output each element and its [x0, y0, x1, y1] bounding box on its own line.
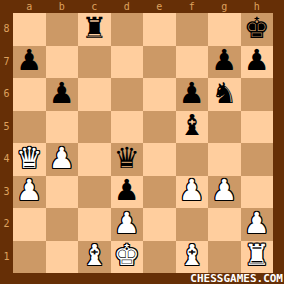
square-e1[interactable]	[143, 241, 176, 274]
rank-label-1: 1	[0, 241, 13, 274]
square-g5[interactable]	[208, 111, 241, 144]
square-d3[interactable]: ♟	[111, 176, 144, 209]
square-b3[interactable]	[46, 176, 79, 209]
file-label-f: f	[176, 0, 209, 13]
black-pawn[interactable]: ♟	[49, 79, 75, 108]
square-b8[interactable]	[46, 13, 79, 46]
file-label-e: e	[143, 0, 176, 13]
black-pawn[interactable]: ♟	[211, 46, 237, 75]
square-h6[interactable]	[241, 78, 274, 111]
square-h4[interactable]	[241, 143, 274, 176]
square-b4[interactable]: ♟	[46, 143, 79, 176]
square-c7[interactable]	[78, 46, 111, 79]
file-label-g: g	[208, 0, 241, 13]
rank-label-7: 7	[0, 46, 13, 79]
square-g7[interactable]: ♟	[208, 46, 241, 79]
rank-label-8: 8	[0, 13, 13, 46]
square-c3[interactable]	[78, 176, 111, 209]
square-f1[interactable]: ♝	[176, 241, 209, 274]
square-g3[interactable]: ♟	[208, 176, 241, 209]
black-knight[interactable]: ♞	[211, 79, 237, 108]
square-f8[interactable]	[176, 13, 209, 46]
rank-label-4: 4	[0, 143, 13, 176]
square-b1[interactable]	[46, 241, 79, 274]
black-pawn[interactable]: ♟	[244, 46, 270, 75]
black-pawn[interactable]: ♟	[16, 46, 42, 75]
square-g4[interactable]	[208, 143, 241, 176]
white-bishop[interactable]: ♝	[81, 241, 107, 270]
square-h3[interactable]	[241, 176, 274, 209]
square-f5[interactable]: ♝	[176, 111, 209, 144]
square-f3[interactable]: ♟	[176, 176, 209, 209]
board: ♜♚♟♟♟♟♟♞♝♛♟♛♟♟♟♟♟♟♝♚♝♜	[13, 13, 273, 273]
rank-label-2: 2	[0, 208, 13, 241]
square-h7[interactable]: ♟	[241, 46, 274, 79]
square-d5[interactable]	[111, 111, 144, 144]
white-pawn[interactable]: ♟	[114, 209, 140, 238]
square-h8[interactable]: ♚	[241, 13, 274, 46]
square-e6[interactable]	[143, 78, 176, 111]
square-d6[interactable]	[111, 78, 144, 111]
chessgames-logo[interactable]: CHESSGAMES.COM	[190, 273, 283, 284]
square-a6[interactable]	[13, 78, 46, 111]
square-a2[interactable]	[13, 208, 46, 241]
white-pawn[interactable]: ♟	[179, 176, 205, 205]
square-e5[interactable]	[143, 111, 176, 144]
square-g2[interactable]	[208, 208, 241, 241]
square-a5[interactable]	[13, 111, 46, 144]
square-c5[interactable]	[78, 111, 111, 144]
white-rook[interactable]: ♜	[244, 241, 270, 270]
square-b6[interactable]: ♟	[46, 78, 79, 111]
square-d8[interactable]	[111, 13, 144, 46]
file-label-d: d	[111, 0, 144, 13]
square-b7[interactable]	[46, 46, 79, 79]
square-h5[interactable]	[241, 111, 274, 144]
black-bishop[interactable]: ♝	[179, 111, 205, 140]
square-e2[interactable]	[143, 208, 176, 241]
square-e8[interactable]	[143, 13, 176, 46]
black-rook[interactable]: ♜	[81, 14, 107, 43]
square-d4[interactable]: ♛	[111, 143, 144, 176]
square-b5[interactable]	[46, 111, 79, 144]
square-c8[interactable]: ♜	[78, 13, 111, 46]
white-queen[interactable]: ♛	[16, 144, 42, 173]
white-king[interactable]: ♚	[114, 241, 140, 270]
square-c2[interactable]	[78, 208, 111, 241]
square-f2[interactable]	[176, 208, 209, 241]
square-g8[interactable]	[208, 13, 241, 46]
square-d7[interactable]	[111, 46, 144, 79]
white-pawn[interactable]: ♟	[16, 176, 42, 205]
square-g6[interactable]: ♞	[208, 78, 241, 111]
square-c6[interactable]	[78, 78, 111, 111]
white-pawn[interactable]: ♟	[211, 176, 237, 205]
file-label-a: a	[13, 0, 46, 13]
white-bishop[interactable]: ♝	[179, 241, 205, 270]
square-f7[interactable]	[176, 46, 209, 79]
white-pawn[interactable]: ♟	[244, 209, 270, 238]
black-pawn[interactable]: ♟	[179, 79, 205, 108]
rank-label-6: 6	[0, 78, 13, 111]
black-king[interactable]: ♚	[244, 14, 270, 43]
square-a3[interactable]: ♟	[13, 176, 46, 209]
square-e4[interactable]	[143, 143, 176, 176]
square-d2[interactable]: ♟	[111, 208, 144, 241]
square-h1[interactable]: ♜	[241, 241, 274, 274]
rank-label-5: 5	[0, 111, 13, 144]
square-c1[interactable]: ♝	[78, 241, 111, 274]
square-e7[interactable]	[143, 46, 176, 79]
square-g1[interactable]	[208, 241, 241, 274]
black-pawn[interactable]: ♟	[114, 176, 140, 205]
square-a1[interactable]	[13, 241, 46, 274]
square-f4[interactable]	[176, 143, 209, 176]
file-label-b: b	[46, 0, 79, 13]
black-queen[interactable]: ♛	[114, 144, 140, 173]
square-b2[interactable]	[46, 208, 79, 241]
square-a7[interactable]: ♟	[13, 46, 46, 79]
square-h2[interactable]: ♟	[241, 208, 274, 241]
square-f6[interactable]: ♟	[176, 78, 209, 111]
square-c4[interactable]	[78, 143, 111, 176]
square-a8[interactable]	[13, 13, 46, 46]
chess-board-frame: abcdefgh 87654321 ♜♚♟♟♟♟♟♞♝♛♟♛♟♟♟♟♟♟♝♚♝♜…	[0, 0, 284, 284]
white-pawn[interactable]: ♟	[49, 144, 75, 173]
square-d1[interactable]: ♚	[111, 241, 144, 274]
rank-label-3: 3	[0, 176, 13, 209]
square-e3[interactable]	[143, 176, 176, 209]
square-a4[interactable]: ♛	[13, 143, 46, 176]
